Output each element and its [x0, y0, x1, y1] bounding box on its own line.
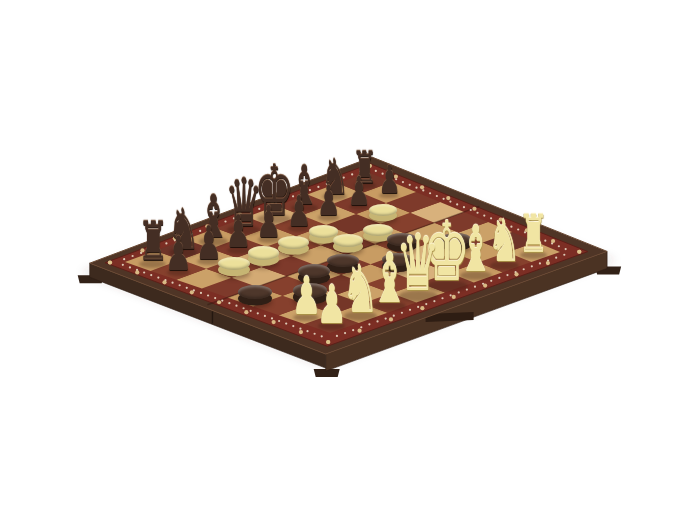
trim-dot — [343, 176, 345, 178]
trim-dot — [351, 173, 353, 175]
trim-dot — [531, 234, 533, 236]
stud-dot — [140, 248, 144, 252]
trim-dot — [539, 262, 541, 264]
trim-dot — [221, 299, 223, 301]
trim-dot — [523, 268, 525, 270]
trim-dot — [360, 170, 362, 172]
trim-dot — [250, 310, 252, 312]
stud-dot — [244, 310, 248, 314]
stud-dot — [357, 329, 361, 333]
trim-dot — [224, 220, 226, 222]
stud-dot — [577, 250, 581, 254]
trim-dot — [271, 317, 273, 319]
trim-dot — [334, 180, 336, 182]
trim-dot — [336, 335, 338, 337]
trim-dot — [436, 195, 438, 197]
trim-dot — [292, 195, 294, 197]
trim-dot — [292, 325, 294, 327]
trim-dot — [463, 206, 465, 208]
trim-dot — [242, 307, 244, 309]
trim-dot — [132, 255, 134, 257]
stud-dot — [270, 200, 274, 204]
trim-dot — [321, 335, 323, 337]
stud-dot — [205, 224, 209, 228]
trim-dot — [415, 187, 417, 189]
trim-dot — [264, 315, 266, 317]
trim-dot — [179, 284, 181, 286]
trim-dot — [165, 242, 167, 244]
trim-dot — [344, 332, 346, 334]
trim-dot — [517, 228, 519, 230]
stud-dot — [173, 236, 177, 240]
stud-dot — [420, 185, 424, 189]
stud-dot — [326, 340, 330, 344]
trim-dot — [409, 309, 411, 311]
trim-dot — [449, 201, 451, 203]
trim-dot — [393, 315, 395, 317]
trim-dot — [150, 274, 152, 276]
stud-dot — [335, 176, 339, 180]
trim-dot — [235, 305, 237, 307]
stud-dot — [551, 239, 555, 243]
trim-dot — [129, 266, 131, 268]
stud-dot — [303, 188, 307, 192]
trim-dot — [352, 329, 354, 331]
stud-dot — [525, 228, 529, 232]
trim-dot — [299, 328, 301, 330]
trim-dot — [425, 303, 427, 305]
trim-dot — [278, 320, 280, 322]
trim-dot — [506, 274, 508, 276]
stud-dot — [514, 272, 518, 276]
trim-dot — [200, 292, 202, 294]
trim-dot — [565, 248, 567, 250]
stud-dot — [420, 306, 424, 310]
trim-dot — [360, 326, 362, 328]
stud-dot — [446, 196, 450, 200]
trim-dot — [441, 297, 443, 299]
trim-dot — [382, 173, 384, 175]
trim-dot — [417, 306, 419, 308]
trim-dot — [122, 264, 124, 266]
trim-dot — [368, 323, 370, 325]
trim-dot — [228, 302, 230, 304]
trim-dot — [385, 317, 387, 319]
trim-dot — [314, 333, 316, 335]
stud-dot — [238, 212, 242, 216]
trim-dot — [216, 224, 218, 226]
trim-dot — [317, 186, 319, 188]
trim-dot — [257, 312, 259, 314]
trim-dot — [123, 258, 125, 260]
stud-dot — [272, 320, 276, 324]
trim-dot — [157, 246, 159, 248]
trim-dot — [191, 233, 193, 235]
trim-dot — [186, 287, 188, 289]
stud-dot — [299, 330, 303, 334]
trim-dot — [458, 291, 460, 293]
trim-dot — [510, 226, 512, 228]
trim-dot — [171, 282, 173, 284]
trim-dot — [497, 220, 499, 222]
trim-dot — [433, 300, 435, 302]
trim-dot — [555, 257, 557, 259]
trim-dot — [306, 330, 308, 332]
stud-dot — [368, 164, 372, 168]
trim-dot — [443, 198, 445, 200]
stud-dot — [108, 260, 112, 264]
trim-dot — [214, 297, 216, 299]
stud-dot — [162, 280, 166, 284]
chess-board — [0, 0, 700, 525]
trim-dot — [157, 277, 159, 279]
trim-dot — [563, 254, 565, 256]
trim-dot — [182, 236, 184, 238]
trim-dot — [258, 208, 260, 210]
trim-dot — [483, 214, 485, 216]
trim-dot — [531, 265, 533, 267]
trim-dot — [250, 211, 252, 213]
trim-dot — [470, 209, 472, 211]
stud-dot — [389, 317, 393, 321]
trim-dot — [275, 202, 277, 204]
stud-dot — [217, 300, 221, 304]
trim-dot — [233, 217, 235, 219]
trim-dot — [456, 203, 458, 205]
trim-dot — [490, 217, 492, 219]
trim-dot — [207, 294, 209, 296]
trim-dot — [466, 288, 468, 290]
trim-dot — [309, 189, 311, 191]
stud-dot — [499, 217, 503, 221]
product-photo-scene: ♜♟♞♟♝♟♚♟♛♟♝♟♞♜♟♜♞♟♝♚♛♝♞♟♟ — [0, 0, 700, 525]
trim-dot — [388, 175, 390, 177]
stud-dot — [190, 290, 194, 294]
trim-dot — [148, 249, 150, 251]
stud-dot — [452, 295, 456, 299]
trim-dot — [375, 170, 377, 172]
trim-dot — [267, 205, 269, 207]
trim-dot — [544, 240, 546, 242]
trim-dot — [476, 212, 478, 214]
trim-dot — [504, 223, 506, 225]
trim-dot — [429, 192, 431, 194]
trim-dot — [498, 277, 500, 279]
trim-dot — [199, 230, 201, 232]
trim-dot — [422, 189, 424, 191]
trim-dot — [537, 237, 539, 239]
stud-dot — [483, 283, 487, 287]
trim-dot — [401, 312, 403, 314]
trim-dot — [376, 320, 378, 322]
trim-dot — [326, 183, 328, 185]
trim-dot — [558, 245, 560, 247]
trim-dot — [450, 294, 452, 296]
stud-dot — [472, 207, 476, 211]
trim-dot — [474, 286, 476, 288]
stud-dot — [546, 261, 550, 265]
stud-dot — [394, 174, 398, 178]
trim-dot — [285, 322, 287, 324]
trim-dot — [402, 181, 404, 183]
trim-dot — [143, 271, 145, 273]
stud-dot — [135, 270, 139, 274]
trim-dot — [300, 192, 302, 194]
trim-dot — [284, 198, 286, 200]
trim-dot — [490, 280, 492, 282]
trim-dot — [409, 184, 411, 186]
